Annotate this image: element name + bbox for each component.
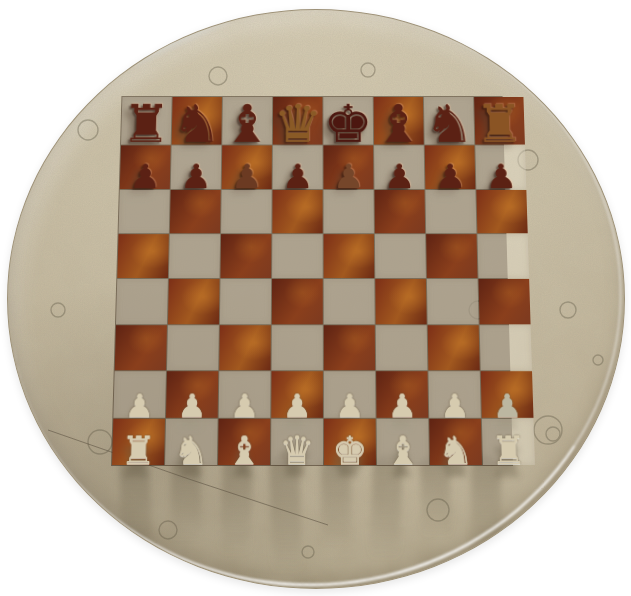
square-e1[interactable]: ♚ <box>324 418 376 465</box>
square-d1[interactable]: ♛ <box>271 418 323 465</box>
white-pawn[interactable]: ♟ <box>230 392 260 422</box>
square-h5[interactable] <box>477 234 529 278</box>
square-e2[interactable]: ♟ <box>324 371 376 417</box>
square-e7[interactable]: ♟ <box>323 146 373 189</box>
square-h7[interactable]: ♟ <box>475 146 526 189</box>
square-f3[interactable] <box>376 325 428 370</box>
chess-board[interactable]: ♜♞♝♛♚♝♞♜♟♟♟♟♟♟♟♟♟♟♟♟♟♟♟♟♜♞♝♛♚♝♞♜ <box>111 96 513 466</box>
square-h1[interactable]: ♜ <box>482 418 535 465</box>
square-f2[interactable]: ♟ <box>376 371 428 417</box>
square-e8[interactable]: ♚ <box>323 97 373 145</box>
square-a1[interactable]: ♜ <box>112 418 165 465</box>
black-pawn[interactable]: ♟ <box>129 161 162 192</box>
black-queen[interactable]: ♛ <box>273 101 323 149</box>
square-g8[interactable]: ♞ <box>424 97 474 145</box>
square-b7[interactable]: ♟ <box>171 146 222 189</box>
white-king[interactable]: ♚ <box>332 433 368 469</box>
square-b5[interactable] <box>169 234 220 278</box>
piece-shadow-streak <box>269 455 304 586</box>
black-pawn[interactable]: ♟ <box>180 161 212 192</box>
round-stone-table: ♜♞♝♛♚♝♞♜♟♟♟♟♟♟♟♟♟♟♟♟♟♟♟♟♜♞♝♛♚♝♞♜ <box>7 9 625 589</box>
square-h8[interactable]: ♜ <box>474 97 525 145</box>
square-e3[interactable] <box>324 325 375 370</box>
white-pawn[interactable]: ♟ <box>335 392 365 422</box>
square-h3[interactable] <box>480 325 532 370</box>
square-g2[interactable]: ♟ <box>428 371 480 417</box>
rim-glare <box>126 9 231 69</box>
chess-table-photo: ♜♞♝♛♚♝♞♜♟♟♟♟♟♟♟♟♟♟♟♟♟♟♟♟♜♞♝♛♚♝♞♜ <box>0 0 631 596</box>
square-b6[interactable] <box>170 190 221 234</box>
square-f1[interactable]: ♝ <box>377 418 429 465</box>
square-d3[interactable] <box>272 325 323 370</box>
square-g5[interactable] <box>426 234 477 278</box>
square-c3[interactable] <box>219 325 271 370</box>
square-g7[interactable]: ♟ <box>425 146 476 189</box>
white-pawn[interactable]: ♟ <box>282 392 311 422</box>
white-knight[interactable]: ♞ <box>173 433 209 469</box>
square-b3[interactable] <box>167 325 219 370</box>
white-pawn[interactable]: ♟ <box>177 392 207 422</box>
square-b1[interactable]: ♞ <box>165 418 218 465</box>
white-bishop[interactable]: ♝ <box>385 433 421 469</box>
white-rook[interactable]: ♜ <box>490 433 527 469</box>
square-e4[interactable] <box>324 279 375 324</box>
square-d5[interactable] <box>272 234 323 278</box>
square-d8[interactable]: ♛ <box>273 97 323 145</box>
square-c1[interactable]: ♝ <box>218 418 270 465</box>
square-a3[interactable] <box>115 325 167 370</box>
square-c6[interactable] <box>221 190 272 234</box>
square-c7[interactable]: ♟ <box>222 146 272 189</box>
square-b4[interactable] <box>168 279 220 324</box>
black-bishop[interactable]: ♝ <box>374 101 424 149</box>
white-queen[interactable]: ♛ <box>279 433 315 469</box>
square-a4[interactable] <box>116 279 168 324</box>
white-pawn[interactable]: ♟ <box>440 392 470 422</box>
black-pawn[interactable]: ♟ <box>434 161 466 192</box>
square-a7[interactable]: ♟ <box>120 146 171 189</box>
square-a2[interactable]: ♟ <box>113 371 166 417</box>
square-a6[interactable] <box>119 190 170 234</box>
square-b2[interactable]: ♟ <box>166 371 218 417</box>
square-e6[interactable] <box>324 190 374 234</box>
square-c4[interactable] <box>220 279 271 324</box>
square-g1[interactable]: ♞ <box>429 418 482 465</box>
square-f5[interactable] <box>375 234 426 278</box>
square-a8[interactable]: ♜ <box>121 97 172 145</box>
white-knight[interactable]: ♞ <box>437 433 474 469</box>
square-a5[interactable] <box>117 234 169 278</box>
square-d7[interactable]: ♟ <box>273 146 323 189</box>
black-king[interactable]: ♚ <box>323 101 373 149</box>
black-knight[interactable]: ♞ <box>424 101 474 149</box>
black-knight[interactable]: ♞ <box>172 101 222 149</box>
white-pawn[interactable]: ♟ <box>387 392 417 422</box>
square-g3[interactable] <box>428 325 480 370</box>
square-g6[interactable] <box>425 190 476 234</box>
square-g4[interactable] <box>427 279 479 324</box>
black-pawn[interactable]: ♟ <box>383 161 415 192</box>
square-f7[interactable]: ♟ <box>374 146 424 189</box>
black-bishop[interactable]: ♝ <box>222 101 272 149</box>
square-f6[interactable] <box>374 190 425 234</box>
square-h4[interactable] <box>479 279 531 324</box>
square-d2[interactable]: ♟ <box>271 371 323 417</box>
square-h6[interactable] <box>476 190 527 234</box>
white-pawn[interactable]: ♟ <box>124 392 154 422</box>
white-pawn[interactable]: ♟ <box>492 392 522 422</box>
black-pawn[interactable]: ♟ <box>282 161 314 192</box>
black-pawn[interactable]: ♟ <box>231 161 263 192</box>
square-b8[interactable]: ♞ <box>172 97 222 145</box>
square-c2[interactable]: ♟ <box>219 371 271 417</box>
square-e5[interactable] <box>324 234 375 278</box>
square-c8[interactable]: ♝ <box>222 97 272 145</box>
square-f4[interactable] <box>375 279 426 324</box>
black-rook[interactable]: ♜ <box>474 101 525 149</box>
square-c5[interactable] <box>220 234 271 278</box>
square-d6[interactable] <box>272 190 322 234</box>
white-rook[interactable]: ♜ <box>120 433 157 469</box>
square-d4[interactable] <box>272 279 323 324</box>
white-bishop[interactable]: ♝ <box>226 433 262 469</box>
black-rook[interactable]: ♜ <box>121 101 172 149</box>
black-pawn[interactable]: ♟ <box>332 161 364 192</box>
square-h2[interactable]: ♟ <box>481 371 534 417</box>
black-pawn[interactable]: ♟ <box>485 161 518 192</box>
square-f8[interactable]: ♝ <box>374 97 424 145</box>
